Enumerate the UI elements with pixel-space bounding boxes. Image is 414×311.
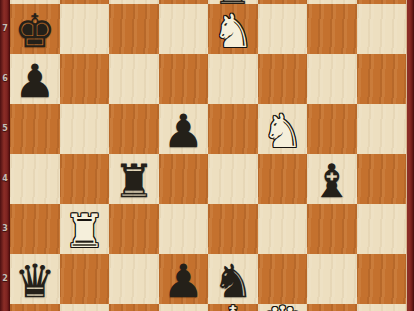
chess-board-screenshot: ♜♚♞♟♟♞♜♝♜♛♟♞♚♛ 765432 <box>0 0 414 311</box>
black-knight-e2[interactable]: ♞ <box>212 258 253 304</box>
square-f2[interactable] <box>258 254 308 304</box>
board-border-right <box>406 0 414 311</box>
square-c3[interactable] <box>109 204 159 254</box>
square-a1[interactable] <box>10 304 60 311</box>
square-d4[interactable] <box>159 154 209 204</box>
square-c4[interactable]: ♜ <box>109 154 159 204</box>
square-h3[interactable] <box>357 204 407 254</box>
board-border-left <box>0 0 10 311</box>
square-c7[interactable] <box>109 4 159 54</box>
square-b4[interactable] <box>60 154 110 204</box>
black-bishop-g4[interactable]: ♝ <box>311 158 352 204</box>
black-king-a7[interactable]: ♚ <box>14 8 55 54</box>
square-h5[interactable] <box>357 104 407 154</box>
black-rook-c4[interactable]: ♜ <box>113 158 154 204</box>
square-h2[interactable] <box>357 254 407 304</box>
square-f7[interactable] <box>258 4 308 54</box>
square-c5[interactable] <box>109 104 159 154</box>
rank-label-5: 5 <box>1 125 9 133</box>
white-rook-b3[interactable]: ♜ <box>64 208 105 254</box>
square-g7[interactable] <box>307 4 357 54</box>
square-c2[interactable] <box>109 254 159 304</box>
square-e2[interactable]: ♞ <box>208 254 258 304</box>
square-d1[interactable] <box>159 304 209 311</box>
square-e4[interactable] <box>208 154 258 204</box>
square-g1[interactable] <box>307 304 357 311</box>
square-a7[interactable]: ♚ <box>10 4 60 54</box>
square-d5[interactable]: ♟ <box>159 104 209 154</box>
square-e7[interactable]: ♞ <box>208 4 258 54</box>
square-e5[interactable] <box>208 104 258 154</box>
square-b5[interactable] <box>60 104 110 154</box>
square-g3[interactable] <box>307 204 357 254</box>
black-pawn-a6[interactable]: ♟ <box>14 58 55 104</box>
square-f5[interactable]: ♞ <box>258 104 308 154</box>
square-c6[interactable] <box>109 54 159 104</box>
chess-board: ♜♚♞♟♟♞♜♝♜♛♟♞♚♛ <box>10 0 406 311</box>
white-queen-f1[interactable]: ♛ <box>262 304 303 311</box>
square-e6[interactable] <box>208 54 258 104</box>
square-c1[interactable] <box>109 304 159 311</box>
black-pawn-d2[interactable]: ♟ <box>163 258 204 304</box>
square-d7[interactable] <box>159 4 209 54</box>
square-e1[interactable]: ♚ <box>208 304 258 311</box>
square-a5[interactable] <box>10 104 60 154</box>
square-a6[interactable]: ♟ <box>10 54 60 104</box>
square-h7[interactable] <box>357 4 407 54</box>
square-a4[interactable] <box>10 154 60 204</box>
rank-label-4: 4 <box>1 175 9 183</box>
square-d3[interactable] <box>159 204 209 254</box>
square-b1[interactable] <box>60 304 110 311</box>
square-d2[interactable]: ♟ <box>159 254 209 304</box>
rank-label-7: 7 <box>1 25 9 33</box>
square-b7[interactable] <box>60 4 110 54</box>
square-b2[interactable] <box>60 254 110 304</box>
rank-label-6: 6 <box>1 75 9 83</box>
square-h1[interactable] <box>357 304 407 311</box>
square-h6[interactable] <box>357 54 407 104</box>
square-g6[interactable] <box>307 54 357 104</box>
square-g2[interactable] <box>307 254 357 304</box>
white-knight-f5[interactable]: ♞ <box>262 108 303 154</box>
white-king-e1[interactable]: ♚ <box>212 304 253 311</box>
square-g4[interactable]: ♝ <box>307 154 357 204</box>
square-d6[interactable] <box>159 54 209 104</box>
square-b6[interactable] <box>60 54 110 104</box>
square-e3[interactable] <box>208 204 258 254</box>
white-knight-e7[interactable]: ♞ <box>212 8 253 54</box>
square-f3[interactable] <box>258 204 308 254</box>
square-b3[interactable]: ♜ <box>60 204 110 254</box>
square-f6[interactable] <box>258 54 308 104</box>
square-a2[interactable]: ♛ <box>10 254 60 304</box>
black-queen-a2[interactable]: ♛ <box>14 258 55 304</box>
rank-label-3: 3 <box>1 225 9 233</box>
square-a3[interactable] <box>10 204 60 254</box>
square-g5[interactable] <box>307 104 357 154</box>
square-f4[interactable] <box>258 154 308 204</box>
square-f1[interactable]: ♛ <box>258 304 308 311</box>
rank-label-2: 2 <box>1 275 9 283</box>
black-pawn-d5[interactable]: ♟ <box>163 108 204 154</box>
square-h4[interactable] <box>357 154 407 204</box>
